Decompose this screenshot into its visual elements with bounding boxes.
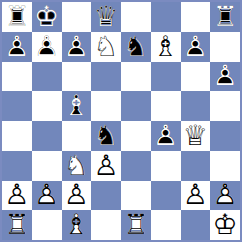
- white-bishop-fill-icon: ♝: [62, 210, 92, 240]
- square-b4[interactable]: [32, 121, 62, 151]
- black-king-outline-icon: ♔: [32, 2, 62, 32]
- white-knight-outline-icon: ♘: [62, 151, 92, 181]
- black-bishop-fill-icon: ♝: [62, 91, 92, 121]
- square-h6[interactable]: ♟♙: [210, 62, 240, 92]
- black-rook-outline-icon: ♖: [210, 2, 240, 32]
- black-bishop-outline-icon: ♗: [62, 91, 92, 121]
- square-h5[interactable]: [210, 91, 240, 121]
- white-rook-fill-icon: ♜: [2, 210, 32, 240]
- square-h4[interactable]: [210, 121, 240, 151]
- chess-board-container: ♜♖♚♔♛♕♜♖♟♙♟♙♟♙♞♘♞♘♝♗♟♙♟♙♝♗♞♘♟♙♛♕♞♘♟♙♟♙♟♙…: [0, 0, 242, 242]
- black-queen-outline-icon: ♕: [91, 2, 121, 32]
- piece-black-pawn[interactable]: ♟♙: [210, 62, 240, 92]
- white-bishop-fill-icon: ♝: [151, 32, 181, 62]
- piece-white-pawn[interactable]: ♟♙: [91, 151, 121, 181]
- square-a2[interactable]: ♟♙: [2, 181, 32, 211]
- black-pawn-fill-icon: ♟: [62, 32, 92, 62]
- square-g8[interactable]: [181, 2, 211, 32]
- piece-white-pawn[interactable]: ♟♙: [181, 181, 211, 211]
- piece-black-pawn[interactable]: ♟♙: [62, 32, 92, 62]
- black-pawn-outline-icon: ♙: [151, 121, 181, 151]
- piece-white-pawn[interactable]: ♟♙: [210, 181, 240, 211]
- square-e6[interactable]: [121, 62, 151, 92]
- square-a3[interactable]: [2, 151, 32, 181]
- piece-black-knight[interactable]: ♞♘: [91, 121, 121, 151]
- square-b7[interactable]: ♟♙: [32, 32, 62, 62]
- piece-black-rook[interactable]: ♜♖: [2, 2, 32, 32]
- square-e5[interactable]: [121, 91, 151, 121]
- black-pawn-fill-icon: ♟: [151, 121, 181, 151]
- black-queen-fill-icon: ♛: [91, 2, 121, 32]
- square-f2[interactable]: [151, 181, 181, 211]
- square-e1[interactable]: ♜♖: [121, 210, 151, 240]
- square-h1[interactable]: ♚♔: [210, 210, 240, 240]
- black-pawn-fill-icon: ♟: [181, 32, 211, 62]
- piece-white-queen[interactable]: ♛♕: [181, 121, 211, 151]
- square-f8[interactable]: [151, 2, 181, 32]
- square-b1[interactable]: [32, 210, 62, 240]
- square-f1[interactable]: [151, 210, 181, 240]
- square-g5[interactable]: [181, 91, 211, 121]
- square-h7[interactable]: [210, 32, 240, 62]
- white-pawn-outline-icon: ♙: [32, 181, 62, 211]
- piece-black-king[interactable]: ♚♔: [32, 2, 62, 32]
- white-pawn-fill-icon: ♟: [2, 181, 32, 211]
- white-pawn-fill-icon: ♟: [91, 151, 121, 181]
- white-pawn-fill-icon: ♟: [62, 181, 92, 211]
- white-pawn-fill-icon: ♟: [210, 181, 240, 211]
- white-rook-outline-icon: ♖: [2, 210, 32, 240]
- square-c8[interactable]: [62, 2, 92, 32]
- square-d1[interactable]: [91, 210, 121, 240]
- piece-black-pawn[interactable]: ♟♙: [181, 32, 211, 62]
- white-knight-fill-icon: ♞: [62, 151, 92, 181]
- square-c4[interactable]: [62, 121, 92, 151]
- square-b6[interactable]: [32, 62, 62, 92]
- white-bishop-outline-icon: ♗: [62, 210, 92, 240]
- square-d4[interactable]: ♞♘: [91, 121, 121, 151]
- white-pawn-outline-icon: ♙: [210, 181, 240, 211]
- white-queen-fill-icon: ♛: [181, 121, 211, 151]
- square-b8[interactable]: ♚♔: [32, 2, 62, 32]
- square-e7[interactable]: ♞♘: [121, 32, 151, 62]
- square-g2[interactable]: ♟♙: [181, 181, 211, 211]
- square-d6[interactable]: [91, 62, 121, 92]
- square-f3[interactable]: [151, 151, 181, 181]
- square-d5[interactable]: [91, 91, 121, 121]
- piece-white-rook[interactable]: ♜♖: [2, 210, 32, 240]
- white-king-fill-icon: ♚: [210, 210, 240, 240]
- square-c7[interactable]: ♟♙: [62, 32, 92, 62]
- square-e4[interactable]: [121, 121, 151, 151]
- black-king-fill-icon: ♚: [32, 2, 62, 32]
- white-pawn-outline-icon: ♙: [2, 181, 32, 211]
- square-a6[interactable]: [2, 62, 32, 92]
- square-d7[interactable]: ♞♘: [91, 32, 121, 62]
- white-bishop-outline-icon: ♗: [151, 32, 181, 62]
- piece-black-knight[interactable]: ♞♘: [121, 32, 151, 62]
- black-knight-outline-icon: ♘: [121, 32, 151, 62]
- piece-white-pawn[interactable]: ♟♙: [32, 181, 62, 211]
- square-a1[interactable]: ♜♖: [2, 210, 32, 240]
- square-d8[interactable]: ♛♕: [91, 2, 121, 32]
- square-g6[interactable]: [181, 62, 211, 92]
- square-d2[interactable]: [91, 181, 121, 211]
- piece-black-pawn[interactable]: ♟♙: [2, 32, 32, 62]
- square-g1[interactable]: [181, 210, 211, 240]
- black-pawn-fill-icon: ♟: [32, 32, 62, 62]
- black-rook-outline-icon: ♖: [2, 2, 32, 32]
- square-a5[interactable]: [2, 91, 32, 121]
- white-pawn-outline-icon: ♙: [91, 151, 121, 181]
- square-a7[interactable]: ♟♙: [2, 32, 32, 62]
- black-pawn-outline-icon: ♙: [32, 32, 62, 62]
- square-b2[interactable]: ♟♙: [32, 181, 62, 211]
- black-pawn-outline-icon: ♙: [62, 32, 92, 62]
- piece-black-pawn[interactable]: ♟♙: [151, 121, 181, 151]
- piece-black-bishop[interactable]: ♝♗: [62, 91, 92, 121]
- square-e8[interactable]: [121, 2, 151, 32]
- piece-white-king[interactable]: ♚♔: [210, 210, 240, 240]
- white-pawn-fill-icon: ♟: [181, 181, 211, 211]
- square-g4[interactable]: ♛♕: [181, 121, 211, 151]
- piece-white-pawn[interactable]: ♟♙: [62, 181, 92, 211]
- piece-white-knight[interactable]: ♞♘: [62, 151, 92, 181]
- black-pawn-outline-icon: ♙: [181, 32, 211, 62]
- square-d3[interactable]: ♟♙: [91, 151, 121, 181]
- white-knight-outline-icon: ♘: [91, 32, 121, 62]
- square-h3[interactable]: [210, 151, 240, 181]
- piece-black-queen[interactable]: ♛♕: [91, 2, 121, 32]
- chess-board: ♜♖♚♔♛♕♜♖♟♙♟♙♟♙♞♘♞♘♝♗♟♙♟♙♝♗♞♘♟♙♛♕♞♘♟♙♟♙♟♙…: [0, 0, 242, 242]
- square-f5[interactable]: [151, 91, 181, 121]
- black-rook-fill-icon: ♜: [2, 2, 32, 32]
- white-queen-outline-icon: ♕: [181, 121, 211, 151]
- square-f7[interactable]: ♝♗: [151, 32, 181, 62]
- white-pawn-outline-icon: ♙: [62, 181, 92, 211]
- black-pawn-outline-icon: ♙: [2, 32, 32, 62]
- white-rook-fill-icon: ♜: [121, 210, 151, 240]
- white-knight-fill-icon: ♞: [91, 32, 121, 62]
- square-c6[interactable]: [62, 62, 92, 92]
- black-knight-outline-icon: ♘: [91, 121, 121, 151]
- black-pawn-fill-icon: ♟: [2, 32, 32, 62]
- piece-white-pawn[interactable]: ♟♙: [2, 181, 32, 211]
- square-e3[interactable]: [121, 151, 151, 181]
- black-rook-fill-icon: ♜: [210, 2, 240, 32]
- square-b5[interactable]: [32, 91, 62, 121]
- black-pawn-outline-icon: ♙: [210, 62, 240, 92]
- square-h8[interactable]: ♜♖: [210, 2, 240, 32]
- piece-white-knight[interactable]: ♞♘: [91, 32, 121, 62]
- black-knight-fill-icon: ♞: [121, 32, 151, 62]
- square-b3[interactable]: [32, 151, 62, 181]
- black-pawn-fill-icon: ♟: [210, 62, 240, 92]
- black-knight-fill-icon: ♞: [91, 121, 121, 151]
- square-f4[interactable]: ♟♙: [151, 121, 181, 151]
- square-g3[interactable]: [181, 151, 211, 181]
- square-c3[interactable]: ♞♘: [62, 151, 92, 181]
- square-a4[interactable]: [2, 121, 32, 151]
- white-pawn-outline-icon: ♙: [181, 181, 211, 211]
- white-rook-outline-icon: ♖: [121, 210, 151, 240]
- square-c1[interactable]: ♝♗: [62, 210, 92, 240]
- square-c2[interactable]: ♟♙: [62, 181, 92, 211]
- square-g7[interactable]: ♟♙: [181, 32, 211, 62]
- piece-white-rook[interactable]: ♜♖: [121, 210, 151, 240]
- square-f6[interactable]: [151, 62, 181, 92]
- white-pawn-fill-icon: ♟: [32, 181, 62, 211]
- piece-white-bishop[interactable]: ♝♗: [151, 32, 181, 62]
- white-king-outline-icon: ♔: [210, 210, 240, 240]
- square-h2[interactable]: ♟♙: [210, 181, 240, 211]
- square-e2[interactable]: [121, 181, 151, 211]
- square-a8[interactable]: ♜♖: [2, 2, 32, 32]
- piece-black-rook[interactable]: ♜♖: [210, 2, 240, 32]
- piece-white-bishop[interactable]: ♝♗: [62, 210, 92, 240]
- piece-black-pawn[interactable]: ♟♙: [32, 32, 62, 62]
- square-c5[interactable]: ♝♗: [62, 91, 92, 121]
